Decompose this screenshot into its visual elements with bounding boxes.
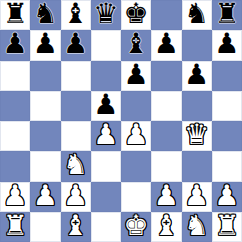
square-c5[interactable] [61,91,91,121]
white-pawn-piece: ♟ [184,182,209,211]
square-d4[interactable]: ♟ [91,121,121,151]
square-h4[interactable] [212,121,242,151]
square-b8[interactable]: ♞ [30,0,60,30]
square-f2[interactable]: ♟ [151,182,181,212]
square-a6[interactable] [0,61,30,91]
white-knight-piece: ♞ [63,151,88,180]
square-a2[interactable]: ♟ [0,182,30,212]
square-h5[interactable] [212,91,242,121]
square-b2[interactable]: ♟ [30,182,60,212]
white-pawn-piece: ♟ [93,121,118,150]
square-b6[interactable] [30,61,60,91]
square-f4[interactable] [151,121,181,151]
white-rook-piece: ♜ [3,212,28,241]
square-f7[interactable]: ♟ [151,30,181,60]
square-c1[interactable]: ♝ [61,212,91,242]
square-c6[interactable] [61,61,91,91]
square-c8[interactable]: ♝ [61,0,91,30]
white-pawn-piece: ♟ [33,182,58,211]
white-pawn-piece: ♟ [214,182,239,211]
square-d5[interactable]: ♟ [91,91,121,121]
square-c2[interactable]: ♟ [61,182,91,212]
square-a3[interactable] [0,151,30,181]
square-e7[interactable]: ♝ [121,30,151,60]
square-h6[interactable] [212,61,242,91]
white-bishop-piece: ♝ [154,212,179,241]
square-c3[interactable]: ♞ [61,151,91,181]
square-f3[interactable] [151,151,181,181]
square-d6[interactable] [91,61,121,91]
square-f6[interactable] [151,61,181,91]
square-g1[interactable]: ♞ [182,212,212,242]
square-d8[interactable]: ♛ [91,0,121,30]
square-d3[interactable] [91,151,121,181]
black-pawn-piece: ♟ [124,61,149,90]
square-b3[interactable] [30,151,60,181]
square-g7[interactable] [182,30,212,60]
square-a8[interactable]: ♜ [0,0,30,30]
white-pawn-piece: ♟ [3,182,28,211]
black-pawn-piece: ♟ [33,30,58,59]
square-e6[interactable]: ♟ [121,61,151,91]
square-c4[interactable] [61,121,91,151]
square-h1[interactable]: ♜ [212,212,242,242]
black-knight-piece: ♞ [184,0,209,29]
square-a1[interactable]: ♜ [0,212,30,242]
square-b4[interactable] [30,121,60,151]
square-e2[interactable] [121,182,151,212]
square-g3[interactable] [182,151,212,181]
square-b5[interactable] [30,91,60,121]
square-e5[interactable] [121,91,151,121]
black-rook-piece: ♜ [3,0,28,29]
square-g4[interactable]: ♛ [182,121,212,151]
square-g5[interactable] [182,91,212,121]
black-bishop-piece: ♝ [124,30,149,59]
black-pawn-piece: ♟ [3,30,28,59]
square-d7[interactable] [91,30,121,60]
black-pawn-piece: ♟ [184,61,209,90]
square-e8[interactable]: ♚ [121,0,151,30]
square-h7[interactable]: ♟ [212,30,242,60]
square-f5[interactable] [151,91,181,121]
square-e1[interactable]: ♚ [121,212,151,242]
square-f1[interactable]: ♝ [151,212,181,242]
square-a4[interactable] [0,121,30,151]
black-queen-piece: ♛ [93,0,118,29]
square-h3[interactable] [212,151,242,181]
black-bishop-piece: ♝ [63,0,88,29]
white-bishop-piece: ♝ [63,212,88,241]
chess-board: ♜♞♝♛♚♞♜♟♟♟♝♟♟♟♟♟♟♟♛♞♟♟♟♟♟♟♜♝♚♝♞♜ [0,0,242,242]
square-e3[interactable] [121,151,151,181]
black-pawn-piece: ♟ [63,30,88,59]
black-pawn-piece: ♟ [214,30,239,59]
white-queen-piece: ♛ [184,121,209,150]
black-pawn-piece: ♟ [93,91,118,120]
black-knight-piece: ♞ [33,0,58,29]
square-d1[interactable] [91,212,121,242]
white-rook-piece: ♜ [214,212,239,241]
square-c7[interactable]: ♟ [61,30,91,60]
square-g6[interactable]: ♟ [182,61,212,91]
square-a5[interactable] [0,91,30,121]
square-e4[interactable]: ♟ [121,121,151,151]
square-a7[interactable]: ♟ [0,30,30,60]
black-king-piece: ♚ [124,0,149,29]
square-b7[interactable]: ♟ [30,30,60,60]
square-h2[interactable]: ♟ [212,182,242,212]
black-pawn-piece: ♟ [154,30,179,59]
square-h8[interactable]: ♜ [212,0,242,30]
white-pawn-piece: ♟ [154,182,179,211]
white-pawn-piece: ♟ [124,121,149,150]
white-pawn-piece: ♟ [63,182,88,211]
square-d2[interactable] [91,182,121,212]
square-g2[interactable]: ♟ [182,182,212,212]
square-b1[interactable] [30,212,60,242]
square-g8[interactable]: ♞ [182,0,212,30]
square-f8[interactable] [151,0,181,30]
white-knight-piece: ♞ [184,212,209,241]
white-king-piece: ♚ [124,212,149,241]
black-rook-piece: ♜ [214,0,239,29]
